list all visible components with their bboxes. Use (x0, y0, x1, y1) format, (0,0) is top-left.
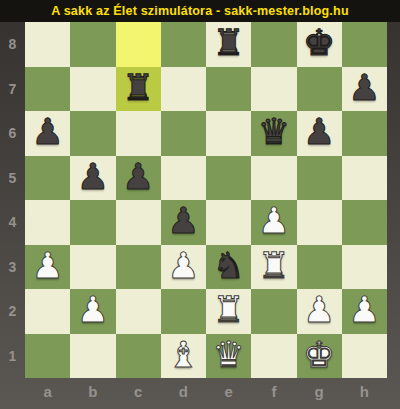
square-g5[interactable] (297, 156, 342, 201)
square-h8[interactable] (342, 22, 387, 67)
square-b5[interactable]: ♟ (70, 156, 115, 201)
black-pawn-b5[interactable]: ♟ (77, 159, 109, 195)
square-d4[interactable]: ♟ (161, 200, 206, 245)
square-g2[interactable]: ♟ (297, 289, 342, 334)
square-h4[interactable] (342, 200, 387, 245)
black-pawn-h7[interactable]: ♟ (348, 70, 380, 106)
file-labels: abcdefgh (25, 378, 387, 405)
rank-label-2: 2 (0, 289, 25, 334)
rank-labels: 87654321 (0, 22, 25, 378)
square-b7[interactable] (70, 67, 115, 112)
rank-label-6: 6 (0, 111, 25, 156)
rank-label-1: 1 (0, 334, 25, 379)
square-a5[interactable] (25, 156, 70, 201)
square-d6[interactable] (161, 111, 206, 156)
white-king-g1[interactable]: ♚ (303, 337, 335, 373)
file-label-h: h (342, 378, 387, 405)
square-b1[interactable] (70, 334, 115, 379)
square-e4[interactable] (206, 200, 251, 245)
square-f7[interactable] (251, 67, 296, 112)
black-rook-c7[interactable]: ♜ (122, 70, 154, 106)
square-f2[interactable] (251, 289, 296, 334)
square-d1[interactable]: ♝ (161, 334, 206, 379)
square-e7[interactable] (206, 67, 251, 112)
square-e6[interactable] (206, 111, 251, 156)
square-g1[interactable]: ♚ (297, 334, 342, 379)
square-d2[interactable] (161, 289, 206, 334)
square-c6[interactable] (116, 111, 161, 156)
square-f4[interactable]: ♟ (251, 200, 296, 245)
square-h7[interactable]: ♟ (342, 67, 387, 112)
file-label-f: f (251, 378, 296, 405)
square-c7[interactable]: ♜ (116, 67, 161, 112)
square-d5[interactable] (161, 156, 206, 201)
square-a7[interactable] (25, 67, 70, 112)
square-c3[interactable] (116, 245, 161, 290)
square-b6[interactable] (70, 111, 115, 156)
black-king-g8[interactable]: ♚ (303, 25, 335, 61)
square-f3[interactable]: ♜ (251, 245, 296, 290)
square-d3[interactable]: ♟ (161, 245, 206, 290)
square-f6[interactable]: ♛ (251, 111, 296, 156)
white-queen-e1[interactable]: ♛ (212, 337, 244, 373)
square-b4[interactable] (70, 200, 115, 245)
square-e8[interactable]: ♜ (206, 22, 251, 67)
file-label-a: a (25, 378, 70, 405)
file-label-b: b (70, 378, 115, 405)
black-queen-f6[interactable]: ♛ (258, 114, 290, 150)
square-a2[interactable] (25, 289, 70, 334)
file-label-e: e (206, 378, 251, 405)
black-pawn-c5[interactable]: ♟ (122, 159, 154, 195)
square-a4[interactable] (25, 200, 70, 245)
square-g4[interactable] (297, 200, 342, 245)
square-a3[interactable]: ♟ (25, 245, 70, 290)
square-g8[interactable]: ♚ (297, 22, 342, 67)
square-c1[interactable] (116, 334, 161, 379)
square-b8[interactable] (70, 22, 115, 67)
black-pawn-g6[interactable]: ♟ (303, 114, 335, 150)
rank-label-3: 3 (0, 245, 25, 290)
white-pawn-g2[interactable]: ♟ (303, 292, 335, 328)
rank-label-5: 5 (0, 156, 25, 201)
white-pawn-b2[interactable]: ♟ (77, 292, 109, 328)
square-h1[interactable] (342, 334, 387, 379)
square-a8[interactable] (25, 22, 70, 67)
rank-label-4: 4 (0, 200, 25, 245)
square-g6[interactable]: ♟ (297, 111, 342, 156)
white-bishop-d1[interactable]: ♝ (167, 337, 199, 373)
square-h6[interactable] (342, 111, 387, 156)
white-rook-e2[interactable]: ♜ (212, 292, 244, 328)
white-pawn-a3[interactable]: ♟ (31, 248, 63, 284)
square-h2[interactable]: ♟ (342, 289, 387, 334)
black-pawn-d4[interactable]: ♟ (167, 203, 199, 239)
square-c5[interactable]: ♟ (116, 156, 161, 201)
black-rook-e8[interactable]: ♜ (212, 25, 244, 61)
square-f8[interactable] (251, 22, 296, 67)
black-pawn-a6[interactable]: ♟ (31, 114, 63, 150)
square-c8[interactable] (116, 22, 161, 67)
square-d7[interactable] (161, 67, 206, 112)
white-rook-f3[interactable]: ♜ (258, 248, 290, 284)
square-h3[interactable] (342, 245, 387, 290)
square-f1[interactable] (251, 334, 296, 379)
square-f5[interactable] (251, 156, 296, 201)
square-c2[interactable] (116, 289, 161, 334)
rank-label-8: 8 (0, 22, 25, 67)
white-pawn-f4[interactable]: ♟ (258, 203, 290, 239)
square-g7[interactable] (297, 67, 342, 112)
square-d8[interactable] (161, 22, 206, 67)
white-pawn-h2[interactable]: ♟ (348, 292, 380, 328)
square-g3[interactable] (297, 245, 342, 290)
black-knight-e3[interactable]: ♞ (212, 248, 244, 284)
square-h5[interactable] (342, 156, 387, 201)
square-e5[interactable] (206, 156, 251, 201)
file-label-g: g (297, 378, 342, 405)
square-c4[interactable] (116, 200, 161, 245)
file-label-c: c (116, 378, 161, 405)
file-label-d: d (161, 378, 206, 405)
rank-label-7: 7 (0, 67, 25, 112)
square-b3[interactable] (70, 245, 115, 290)
square-a6[interactable]: ♟ (25, 111, 70, 156)
square-a1[interactable] (25, 334, 70, 379)
title-bar: A sakk az Élet szimulátora - sakk-mester… (0, 0, 400, 22)
square-b2[interactable]: ♟ (70, 289, 115, 334)
white-pawn-d3[interactable]: ♟ (167, 248, 199, 284)
square-e3[interactable]: ♞ (206, 245, 251, 290)
square-e1[interactable]: ♛ (206, 334, 251, 379)
page-title: A sakk az Élet szimulátora - sakk-mester… (51, 4, 348, 18)
square-e2[interactable]: ♜ (206, 289, 251, 334)
board: ♜♚♜♟♟♛♟♟♟♟♟♟♟♞♜♟♜♟♟♝♛♚ (25, 22, 387, 378)
